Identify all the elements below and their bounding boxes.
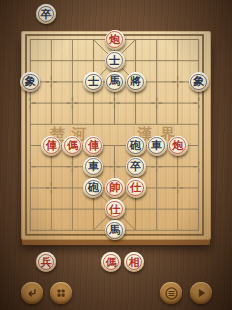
- piece-label: 傌: [106, 257, 117, 268]
- piece-label: 象: [25, 76, 36, 87]
- piece-black-chariot[interactable]: 車: [147, 136, 167, 156]
- piece-label: 卒: [41, 9, 52, 20]
- piece-label: 炮: [109, 34, 120, 45]
- undo-button[interactable]: [21, 282, 43, 304]
- piece-red-chariot[interactable]: 俥: [83, 136, 103, 156]
- piece-label: 士: [109, 55, 120, 66]
- piece-red-horse[interactable]: 傌: [101, 252, 121, 272]
- piece-label: 士: [88, 76, 99, 87]
- piece-black-horse[interactable]: 馬: [105, 72, 125, 92]
- menu-list-button[interactable]: [160, 282, 182, 304]
- piece-label: 砲: [130, 140, 141, 151]
- piece-red-general[interactable]: 帥: [105, 178, 125, 198]
- piece-red-soldier[interactable]: 兵: [36, 252, 56, 272]
- xiangqi-app: 楚河 漢界 炮士象士馬將象俥傌俥砲車炮車卒砲帥仕仕馬卒兵傌相: [0, 0, 232, 310]
- apps-grid-button[interactable]: [50, 282, 72, 304]
- grid-squares-icon: [53, 285, 69, 301]
- piece-red-cannon[interactable]: 炮: [105, 30, 125, 50]
- piece-red-elephant[interactable]: 相: [124, 252, 144, 272]
- piece-label: 車: [88, 161, 99, 172]
- piece-label: 將: [130, 76, 141, 87]
- piece-label: 仕: [109, 204, 120, 215]
- piece-red-advisor[interactable]: 仕: [105, 199, 125, 219]
- piece-black-general[interactable]: 將: [126, 72, 146, 92]
- piece-black-horse[interactable]: 馬: [105, 220, 125, 240]
- piece-label: 炮: [172, 140, 183, 151]
- piece-label: 俥: [46, 140, 57, 151]
- piece-red-advisor[interactable]: 仕: [126, 178, 146, 198]
- list-circle-icon: [163, 285, 180, 302]
- piece-red-chariot[interactable]: 俥: [41, 136, 61, 156]
- piece-label: 卒: [130, 161, 141, 172]
- piece-label: 象: [193, 76, 204, 87]
- piece-label: 兵: [41, 257, 52, 268]
- piece-black-soldier[interactable]: 卒: [36, 4, 56, 24]
- piece-black-cannon[interactable]: 砲: [126, 136, 146, 156]
- piece-black-soldier[interactable]: 卒: [126, 157, 146, 177]
- piece-black-elephant[interactable]: 象: [189, 72, 209, 92]
- piece-label: 帥: [109, 182, 120, 193]
- play-button[interactable]: [190, 282, 212, 304]
- piece-red-horse[interactable]: 傌: [62, 136, 82, 156]
- piece-label: 馬: [109, 225, 120, 236]
- piece-black-advisor[interactable]: 士: [105, 51, 125, 71]
- piece-label: 仕: [130, 182, 141, 193]
- piece-red-cannon[interactable]: 炮: [168, 136, 188, 156]
- piece-label: 車: [151, 140, 162, 151]
- piece-label: 俥: [88, 140, 99, 151]
- play-triangle-icon: [193, 285, 209, 301]
- piece-label: 馬: [109, 76, 120, 87]
- piece-label: 相: [129, 257, 140, 268]
- undo-arrow-icon: [24, 285, 40, 301]
- piece-label: 砲: [88, 182, 99, 193]
- piece-label: 傌: [67, 140, 78, 151]
